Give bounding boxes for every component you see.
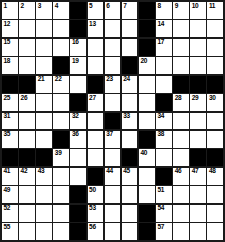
clue-number-7: 7 (123, 3, 126, 10)
cell-r13c11[interactable] (173, 223, 189, 240)
black-cell-r2c9 (139, 20, 155, 37)
cell-r1c13[interactable]: 11 (207, 2, 223, 19)
cell-r13c6[interactable]: 56 (88, 223, 104, 240)
cell-r6c8[interactable] (122, 94, 138, 111)
cell-r10c5[interactable] (70, 168, 86, 185)
cell-r1c1[interactable]: 1 (2, 2, 18, 19)
black-cell-r11c5 (70, 186, 86, 203)
cell-r4c6[interactable] (88, 57, 104, 74)
clue-number-17: 17 (158, 39, 165, 46)
cell-r7c4[interactable] (53, 113, 69, 130)
clue-number-20: 20 (140, 58, 147, 65)
cell-r13c3[interactable] (36, 223, 52, 240)
cell-r13c8[interactable] (122, 223, 138, 240)
cell-r3c13[interactable] (207, 39, 223, 56)
cell-r1c7[interactable]: 6 (105, 2, 121, 19)
cell-r7c12[interactable] (190, 113, 206, 130)
clue-number-1: 1 (4, 3, 7, 10)
cell-r6c3[interactable] (36, 94, 52, 111)
cell-r13c4[interactable] (53, 223, 69, 240)
black-cell-r5c12 (190, 76, 206, 93)
clue-number-19: 19 (72, 58, 79, 65)
cell-r8c6[interactable] (88, 131, 104, 148)
cell-r4c10[interactable] (156, 57, 172, 74)
cell-r4c11[interactable] (173, 57, 189, 74)
black-cell-r9c12 (190, 149, 206, 166)
clue-number-9: 9 (175, 3, 178, 10)
cell-r8c12[interactable] (190, 131, 206, 148)
cell-r2c11[interactable] (173, 20, 189, 37)
cell-r9c7[interactable] (105, 149, 121, 166)
cell-r10c8[interactable]: 45 (122, 168, 138, 185)
black-cell-r12c5 (70, 205, 86, 222)
clue-number-38: 38 (158, 131, 165, 138)
cell-r9c10[interactable] (156, 149, 172, 166)
cell-r3c3[interactable] (36, 39, 52, 56)
clue-number-26: 26 (21, 95, 28, 102)
cell-r7c10[interactable]: 34 (156, 113, 172, 130)
clue-number-53: 53 (89, 205, 96, 212)
cell-r6c9[interactable] (139, 94, 155, 111)
clue-number-39: 39 (55, 150, 62, 157)
clue-number-47: 47 (192, 168, 199, 175)
clue-number-50: 50 (89, 187, 96, 194)
cell-r13c7[interactable] (105, 223, 121, 240)
cell-r3c10[interactable]: 17 (156, 39, 172, 56)
cell-r1c2[interactable]: 2 (19, 2, 35, 19)
clue-number-49: 49 (4, 187, 11, 194)
cell-r5c3[interactable]: 21 (36, 76, 52, 93)
black-cell-r9c2 (19, 149, 35, 166)
cell-r12c4[interactable] (53, 205, 69, 222)
black-cell-r5c13 (207, 76, 223, 93)
cell-r6c11[interactable]: 28 (173, 94, 189, 111)
cell-r2c4[interactable] (53, 20, 69, 37)
clue-number-6: 6 (106, 3, 109, 10)
clue-number-28: 28 (175, 95, 182, 102)
clue-number-54: 54 (158, 205, 165, 212)
cell-r1c12[interactable]: 10 (190, 2, 206, 19)
cell-r2c8[interactable] (122, 20, 138, 37)
cell-r1c10[interactable]: 8 (156, 2, 172, 19)
cell-r2c6[interactable]: 13 (88, 20, 104, 37)
cell-r12c2[interactable] (19, 205, 35, 222)
cell-r11c6[interactable]: 50 (88, 186, 104, 203)
clue-number-32: 32 (72, 113, 79, 120)
cell-r9c11[interactable] (173, 149, 189, 166)
clue-number-29: 29 (192, 95, 199, 102)
cell-r6c7[interactable] (105, 94, 121, 111)
black-cell-r2c5 (70, 20, 86, 37)
cell-r7c1[interactable]: 31 (2, 113, 18, 130)
black-cell-r9c1 (2, 149, 18, 166)
clue-number-2: 2 (21, 3, 24, 10)
clue-number-44: 44 (106, 168, 113, 175)
clue-number-56: 56 (89, 224, 96, 231)
clue-number-34: 34 (158, 113, 165, 120)
cell-r7c11[interactable] (173, 113, 189, 130)
cell-r8c7[interactable]: 37 (105, 131, 121, 148)
cell-r2c12[interactable] (190, 20, 206, 37)
cell-r7c8[interactable]: 33 (122, 113, 138, 130)
clue-number-14: 14 (158, 21, 165, 28)
cell-r5c8[interactable]: 24 (122, 76, 138, 93)
clue-number-43: 43 (38, 168, 45, 175)
clue-number-8: 8 (158, 3, 161, 10)
cell-r10c4[interactable] (53, 168, 69, 185)
cell-r10c3[interactable]: 43 (36, 168, 52, 185)
cell-r11c10[interactable]: 51 (156, 186, 172, 203)
clue-number-30: 30 (209, 95, 216, 102)
cell-r1c6[interactable]: 5 (88, 2, 104, 19)
cell-r2c2[interactable] (19, 20, 35, 37)
cell-r2c13[interactable] (207, 20, 223, 37)
cell-r9c4[interactable]: 39 (53, 149, 69, 166)
clue-number-36: 36 (72, 131, 79, 138)
clue-number-48: 48 (209, 168, 216, 175)
cell-r11c4[interactable] (53, 186, 69, 203)
cell-r11c9[interactable] (139, 186, 155, 203)
cell-r10c2[interactable]: 42 (19, 168, 35, 185)
cell-r10c7[interactable]: 44 (105, 168, 121, 185)
cell-r12c10[interactable]: 54 (156, 205, 172, 222)
cell-r12c13[interactable] (207, 205, 223, 222)
cell-r11c2[interactable] (19, 186, 35, 203)
cell-r3c4[interactable] (53, 39, 69, 56)
cell-r4c1[interactable]: 18 (2, 57, 18, 74)
clue-number-10: 10 (192, 3, 199, 10)
black-cell-r5c6 (88, 76, 104, 93)
clue-number-55: 55 (4, 224, 11, 231)
cell-r7c3[interactable] (36, 113, 52, 130)
cell-r3c8[interactable] (122, 39, 138, 56)
cell-r12c8[interactable] (122, 205, 138, 222)
cell-r6c12[interactable]: 29 (190, 94, 206, 111)
cell-r2c7[interactable] (105, 20, 121, 37)
cell-r6c4[interactable] (53, 94, 69, 111)
cell-r4c7[interactable] (105, 57, 121, 74)
cell-r3c2[interactable] (19, 39, 35, 56)
cell-r4c9[interactable]: 20 (139, 57, 155, 74)
cell-r13c13[interactable] (207, 223, 223, 240)
cell-r11c3[interactable] (36, 186, 52, 203)
cell-r12c1[interactable]: 52 (2, 205, 18, 222)
clue-number-37: 37 (106, 131, 113, 138)
cell-r3c1[interactable]: 15 (2, 39, 18, 56)
cell-r3c6[interactable] (88, 39, 104, 56)
cell-r1c3[interactable]: 3 (36, 2, 52, 19)
cell-r2c1[interactable]: 12 (2, 20, 18, 37)
cell-r8c11[interactable] (173, 131, 189, 148)
cell-r1c8[interactable]: 7 (122, 2, 138, 19)
cell-r8c10[interactable]: 38 (156, 131, 172, 148)
cell-r8c2[interactable] (19, 131, 35, 148)
black-cell-r9c3 (36, 149, 52, 166)
cell-r12c12[interactable] (190, 205, 206, 222)
clue-number-22: 22 (55, 76, 62, 83)
cell-r5c4[interactable]: 22 (53, 76, 69, 93)
clue-number-35: 35 (4, 131, 11, 138)
black-cell-r1c9 (139, 2, 155, 19)
black-cell-r13c5 (70, 223, 86, 240)
cell-r12c11[interactable] (173, 205, 189, 222)
clue-number-57: 57 (158, 224, 165, 231)
cell-r10c11[interactable]: 46 (173, 168, 189, 185)
black-cell-r3c9 (139, 39, 155, 56)
clue-number-13: 13 (89, 21, 96, 28)
cell-r3c7[interactable] (105, 39, 121, 56)
clue-number-25: 25 (4, 95, 11, 102)
clue-number-15: 15 (4, 39, 11, 46)
cell-r4c5[interactable]: 19 (70, 57, 86, 74)
black-cell-r4c4 (53, 57, 69, 74)
black-cell-r10c6 (88, 168, 104, 185)
cell-r4c3[interactable] (36, 57, 52, 74)
cell-r8c5[interactable]: 36 (70, 131, 86, 148)
cell-r12c7[interactable] (105, 205, 121, 222)
clue-number-33: 33 (123, 113, 130, 120)
clue-number-24: 24 (123, 76, 130, 83)
clue-number-41: 41 (4, 168, 11, 175)
cell-r1c11[interactable]: 9 (173, 2, 189, 19)
black-cell-r6c5 (70, 94, 86, 111)
clue-number-52: 52 (4, 205, 11, 212)
black-cell-r1c5 (70, 2, 86, 19)
black-cell-r5c1 (2, 76, 18, 93)
cell-r2c10[interactable]: 14 (156, 20, 172, 37)
cell-r4c13[interactable] (207, 57, 223, 74)
clue-number-11: 11 (209, 3, 215, 10)
cell-r9c5[interactable] (70, 149, 86, 166)
cell-r9c6[interactable] (88, 149, 104, 166)
cell-r6c1[interactable]: 25 (2, 94, 18, 111)
black-cell-r5c11 (173, 76, 189, 93)
cell-r6c2[interactable]: 26 (19, 94, 35, 111)
cell-r2c3[interactable] (36, 20, 52, 37)
cell-r7c5[interactable]: 32 (70, 113, 86, 130)
cell-r5c10[interactable] (156, 76, 172, 93)
clue-number-27: 27 (89, 95, 96, 102)
cell-r13c1[interactable]: 55 (2, 223, 18, 240)
black-cell-r7c7 (105, 113, 121, 130)
cell-r8c1[interactable]: 35 (2, 131, 18, 148)
clue-number-45: 45 (123, 168, 130, 175)
cell-r13c2[interactable] (19, 223, 35, 240)
clue-number-16: 16 (72, 39, 79, 46)
cell-r7c13[interactable] (207, 113, 223, 130)
cell-r4c12[interactable] (190, 57, 206, 74)
cell-r7c6[interactable] (88, 113, 104, 130)
clue-number-42: 42 (21, 168, 28, 175)
cell-r10c9[interactable] (139, 168, 155, 185)
cell-r8c13[interactable] (207, 131, 223, 148)
crossword-board: 1234567891011121314151617181920212223242… (0, 0, 225, 242)
cell-r7c2[interactable] (19, 113, 35, 130)
clue-number-18: 18 (4, 58, 11, 65)
black-cell-r9c13 (207, 149, 223, 166)
black-cell-r8c4 (53, 131, 69, 148)
black-cell-r4c8 (122, 57, 138, 74)
cell-r11c11[interactable] (173, 186, 189, 203)
cell-r5c7[interactable]: 23 (105, 76, 121, 93)
black-cell-r6c10 (156, 94, 172, 111)
clue-number-31: 31 (4, 113, 11, 120)
cell-r8c8[interactable] (122, 131, 138, 148)
black-cell-r5c2 (19, 76, 35, 93)
cell-r6c13[interactable]: 30 (207, 94, 223, 111)
cell-r13c10[interactable]: 57 (156, 223, 172, 240)
cell-r6c6[interactable]: 27 (88, 94, 104, 111)
cell-r3c11[interactable] (173, 39, 189, 56)
cell-r3c12[interactable] (190, 39, 206, 56)
black-cell-r13c9 (139, 223, 155, 240)
clue-number-5: 5 (89, 3, 92, 10)
clue-number-40: 40 (140, 150, 147, 157)
black-cell-r10c10 (156, 168, 172, 185)
clue-number-4: 4 (55, 3, 58, 10)
cell-r11c12[interactable] (190, 186, 206, 203)
cell-r11c7[interactable] (105, 186, 121, 203)
cell-r5c9[interactable] (139, 76, 155, 93)
cell-r10c13[interactable]: 48 (207, 168, 223, 185)
clue-number-46: 46 (175, 168, 182, 175)
cell-r12c6[interactable]: 53 (88, 205, 104, 222)
cell-r1c4[interactable]: 4 (53, 2, 69, 19)
clue-number-21: 21 (38, 76, 45, 83)
clue-number-51: 51 (158, 187, 165, 194)
cell-r10c12[interactable]: 47 (190, 168, 206, 185)
cell-r8c3[interactable] (36, 131, 52, 148)
cell-r11c1[interactable]: 49 (2, 186, 18, 203)
cell-r7c9[interactable] (139, 113, 155, 130)
cell-r13c12[interactable] (190, 223, 206, 240)
cell-r11c13[interactable] (207, 186, 223, 203)
clue-number-3: 3 (38, 3, 41, 10)
black-cell-r8c9 (139, 131, 155, 148)
cell-r4c2[interactable] (19, 57, 35, 74)
clue-number-23: 23 (106, 76, 113, 83)
black-cell-r9c8 (122, 149, 138, 166)
cell-r11c8[interactable] (122, 186, 138, 203)
cell-r3c5[interactable]: 16 (70, 39, 86, 56)
cell-r9c9[interactable]: 40 (139, 149, 155, 166)
black-cell-r12c9 (139, 205, 155, 222)
cell-r12c3[interactable] (36, 205, 52, 222)
cell-r10c1[interactable]: 41 (2, 168, 18, 185)
clue-number-12: 12 (4, 21, 11, 28)
cell-r5c5[interactable] (70, 76, 86, 93)
